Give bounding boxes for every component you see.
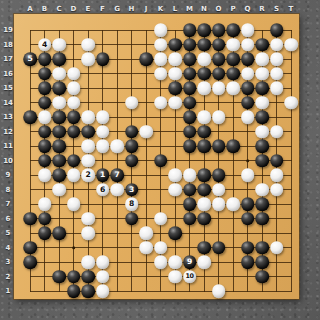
stone-white-K3[interactable] [154,255,168,269]
stone-white-R12[interactable] [255,125,269,139]
stone-black-N18[interactable] [197,38,211,52]
stone-white-O13[interactable] [212,110,226,124]
stone-black-R6[interactable] [255,212,269,226]
stone-black-A6[interactable] [23,212,37,226]
column-label-D: D [71,5,77,12]
stone-black-H8[interactable]: 3 [125,183,139,197]
column-label-P: P [230,5,235,12]
stone-black-M16[interactable] [183,67,197,81]
stone-white-G11[interactable] [110,139,124,153]
stone-white-F2[interactable] [96,270,110,284]
stone-black-C2[interactable] [52,270,66,284]
stone-white-R14[interactable] [255,96,269,110]
stone-white-D16[interactable] [67,67,81,81]
column-label-N: N [201,5,207,12]
stone-white-L14[interactable] [168,96,182,110]
column-label-J: J [145,5,148,12]
stone-white-S16[interactable] [270,67,284,81]
stone-white-G8[interactable] [110,183,124,197]
stone-white-E9[interactable]: 2 [81,168,95,182]
row-label-2: 2 [6,273,11,280]
move-number-label: 7 [115,171,120,179]
column-label-M: M [186,5,193,12]
stone-black-B5[interactable] [38,226,52,240]
column-label-A: A [27,5,32,12]
stone-white-D7[interactable] [67,197,81,211]
stone-black-D2[interactable] [67,270,81,284]
stone-black-M12[interactable] [183,125,197,139]
column-label-G: G [114,5,120,12]
stone-black-C13[interactable] [52,110,66,124]
stone-black-B12[interactable] [38,125,52,139]
stone-white-B18[interactable]: 4 [38,38,52,52]
stone-white-O8[interactable] [212,183,226,197]
stone-black-R15[interactable] [255,81,269,95]
stone-black-H10[interactable] [125,154,139,168]
move-number-label: 4 [42,41,47,49]
move-number-label: 10 [186,273,194,279]
stone-white-O15[interactable] [212,81,226,95]
row-label-12: 12 [3,128,13,135]
stone-black-B15[interactable] [38,81,52,95]
stone-white-S8[interactable] [270,183,284,197]
stone-black-N8[interactable] [197,183,211,197]
stone-black-O9[interactable] [212,168,226,182]
stone-white-F3[interactable] [96,255,110,269]
stone-black-N16[interactable] [197,67,211,81]
stone-black-M11[interactable] [183,139,197,153]
stone-black-R11[interactable] [255,139,269,153]
stone-black-S19[interactable] [270,23,284,37]
stone-black-M13[interactable] [183,110,197,124]
stone-white-B13[interactable] [38,110,52,124]
stone-black-B10[interactable] [38,154,52,168]
stone-white-K17[interactable] [154,52,168,66]
stone-black-F9[interactable]: 1 [96,168,110,182]
column-label-T: T [289,5,294,12]
stone-black-J17[interactable] [139,52,153,66]
star-point-Q10 [246,159,250,163]
stone-white-K19[interactable] [154,23,168,37]
stone-black-O18[interactable] [212,38,226,52]
row-label-13: 13 [3,114,13,121]
stone-black-E2[interactable] [81,270,95,284]
stone-white-L9[interactable] [168,168,182,182]
stone-black-M3[interactable]: 9 [183,255,197,269]
stone-black-C9[interactable] [52,168,66,182]
stone-black-P16[interactable] [226,67,240,81]
stone-white-N13[interactable] [197,110,211,124]
stone-black-R2[interactable] [255,270,269,284]
stone-black-Q7[interactable] [241,197,255,211]
stone-white-F13[interactable] [96,110,110,124]
stone-black-A3[interactable] [23,255,37,269]
column-label-B: B [42,5,47,12]
stone-black-M17[interactable] [183,52,197,66]
stone-black-C17[interactable] [52,52,66,66]
row-label-6: 6 [6,215,11,222]
stone-black-N6[interactable] [197,212,211,226]
stone-black-M7[interactable] [183,197,197,211]
stone-white-R16[interactable] [255,67,269,81]
stone-white-E11[interactable] [81,139,95,153]
stone-white-Q18[interactable] [241,38,255,52]
row-label-11: 11 [3,143,13,150]
stone-white-N17[interactable] [197,52,211,66]
stone-white-Q16[interactable] [241,67,255,81]
column-label-K: K [158,5,163,12]
stone-white-H14[interactable] [125,96,139,110]
stone-black-K10[interactable] [154,154,168,168]
stone-white-L16[interactable] [168,67,182,81]
stone-black-M14[interactable] [183,96,197,110]
stone-black-H12[interactable] [125,125,139,139]
stone-black-N19[interactable] [197,23,211,37]
stone-black-D12[interactable] [67,125,81,139]
stone-black-C5[interactable] [52,226,66,240]
stone-black-B16[interactable] [38,67,52,81]
stone-white-H7[interactable]: 8 [125,197,139,211]
stone-white-S15[interactable] [270,81,284,95]
stone-black-C10[interactable] [52,154,66,168]
stone-white-F8[interactable]: 6 [96,183,110,197]
stone-black-P17[interactable] [226,52,240,66]
stone-white-F12[interactable] [96,125,110,139]
row-label-19: 19 [3,27,13,34]
stone-white-K6[interactable] [154,212,168,226]
stone-black-L5[interactable] [168,226,182,240]
stone-black-R13[interactable] [255,110,269,124]
stone-black-O17[interactable] [212,52,226,66]
stone-black-Q3[interactable] [241,255,255,269]
move-number-label: 1 [100,171,105,179]
row-label-16: 16 [3,70,13,77]
row-label-1: 1 [6,288,11,295]
stone-white-O1[interactable] [212,284,226,298]
column-label-O: O [216,5,222,12]
stone-black-B6[interactable] [38,212,52,226]
stone-white-T14[interactable] [284,96,298,110]
stone-white-Q9[interactable] [241,168,255,182]
star-point-D4 [72,246,76,250]
stone-white-J4[interactable] [139,241,153,255]
stone-black-O16[interactable] [212,67,226,81]
stone-white-P7[interactable] [226,197,240,211]
stone-white-S9[interactable] [270,168,284,182]
grid-line-horizontal [30,189,292,190]
stone-black-G9[interactable]: 7 [110,168,124,182]
stone-black-H11[interactable] [125,139,139,153]
move-number-label: 8 [129,200,134,208]
stone-black-F17[interactable] [96,52,110,66]
stone-black-D10[interactable] [67,154,81,168]
stone-white-L17[interactable] [168,52,182,66]
stone-black-Q15[interactable] [241,81,255,95]
stone-white-F11[interactable] [96,139,110,153]
stone-black-E12[interactable] [81,125,95,139]
stone-black-M19[interactable] [183,23,197,37]
stone-black-L15[interactable] [168,81,182,95]
stone-white-R17[interactable] [255,52,269,66]
column-label-L: L [173,5,177,12]
stone-white-D9[interactable] [67,168,81,182]
column-label-C: C [56,5,61,12]
stone-black-A13[interactable] [23,110,37,124]
stone-black-A17[interactable]: 5 [23,52,37,66]
stone-black-R10[interactable] [255,154,269,168]
stone-white-E5[interactable] [81,226,95,240]
stone-black-Q14[interactable] [241,96,255,110]
stone-white-K14[interactable] [154,96,168,110]
stone-black-R4[interactable] [255,241,269,255]
stone-white-D15[interactable] [67,81,81,95]
stone-black-B14[interactable] [38,96,52,110]
row-label-10: 10 [3,157,13,164]
row-label-5: 5 [6,230,11,237]
stone-black-Q17[interactable] [241,52,255,66]
stone-black-R7[interactable] [255,197,269,211]
stone-white-C8[interactable] [52,183,66,197]
move-number-label: 5 [28,55,33,63]
move-number-label: 6 [100,186,105,194]
column-label-S: S [274,5,279,12]
grid-line-vertical [291,30,292,292]
stone-white-E6[interactable] [81,212,95,226]
stone-white-E10[interactable] [81,154,95,168]
row-label-15: 15 [3,85,13,92]
stone-white-S18[interactable] [270,38,284,52]
row-label-17: 17 [3,56,13,63]
stone-white-O7[interactable] [212,197,226,211]
stone-black-M8[interactable] [183,183,197,197]
column-label-R: R [259,5,264,12]
stone-white-L3[interactable] [168,255,182,269]
stone-white-S17[interactable] [270,52,284,66]
stone-white-M2[interactable]: 10 [183,270,197,284]
move-number-label: 2 [86,171,91,179]
stone-white-P18[interactable] [226,38,240,52]
stone-white-C14[interactable] [52,96,66,110]
stone-white-T18[interactable] [284,38,298,52]
move-number-label: 9 [187,258,192,266]
stone-black-S10[interactable] [270,154,284,168]
stone-black-O4[interactable] [212,241,226,255]
stone-white-E3[interactable] [81,255,95,269]
stone-white-N15[interactable] [197,81,211,95]
stone-black-E1[interactable] [81,284,95,298]
stone-white-E18[interactable] [81,38,95,52]
stone-white-J12[interactable] [139,125,153,139]
stone-white-D14[interactable] [67,96,81,110]
stone-black-P11[interactable] [226,139,240,153]
stone-black-A4[interactable] [23,241,37,255]
stone-black-M15[interactable] [183,81,197,95]
row-label-8: 8 [6,186,11,193]
stone-black-C15[interactable] [52,81,66,95]
stone-white-S4[interactable] [270,241,284,255]
stone-white-C18[interactable] [52,38,66,52]
stone-white-K18[interactable] [154,38,168,52]
stone-white-J5[interactable] [139,226,153,240]
stone-black-N11[interactable] [197,139,211,153]
stone-white-R8[interactable] [255,183,269,197]
stone-black-L18[interactable] [168,38,182,52]
stone-black-N12[interactable] [197,125,211,139]
row-label-3: 3 [6,259,11,266]
stone-white-P15[interactable] [226,81,240,95]
stone-black-Q6[interactable] [241,212,255,226]
stone-black-D1[interactable] [67,284,81,298]
row-label-18: 18 [3,41,13,48]
stone-black-B17[interactable] [38,52,52,66]
go-game-screenshot: ABCDEFGHJKLMNOPQRST191817161514131211109… [0,0,320,320]
column-label-F: F [100,5,105,12]
stone-black-C12[interactable] [52,125,66,139]
stone-black-B11[interactable] [38,139,52,153]
row-label-14: 14 [3,99,13,106]
stone-white-K4[interactable] [154,241,168,255]
stone-black-N4[interactable] [197,241,211,255]
column-label-Q: Q [245,5,251,12]
stone-white-B9[interactable] [38,168,52,182]
stone-white-E17[interactable] [81,52,95,66]
stone-white-N7[interactable] [197,197,211,211]
row-label-9: 9 [6,172,11,179]
stone-white-Q19[interactable] [241,23,255,37]
stone-black-O11[interactable] [212,139,226,153]
stone-black-N9[interactable] [197,168,211,182]
stone-black-R3[interactable] [255,255,269,269]
stone-black-P19[interactable] [226,23,240,37]
stone-black-M18[interactable] [183,38,197,52]
stone-white-Q13[interactable] [241,110,255,124]
stone-white-M9[interactable] [183,168,197,182]
row-label-7: 7 [6,201,11,208]
stone-black-O19[interactable] [212,23,226,37]
stone-white-E13[interactable] [81,110,95,124]
stone-white-C16[interactable] [52,67,66,81]
stone-black-M6[interactable] [183,212,197,226]
stone-black-C11[interactable] [52,139,66,153]
stone-black-H6[interactable] [125,212,139,226]
stone-black-Q4[interactable] [241,241,255,255]
stone-black-R18[interactable] [255,38,269,52]
stone-white-L8[interactable] [168,183,182,197]
stone-white-B7[interactable] [38,197,52,211]
move-number-label: 3 [129,186,134,194]
stone-white-L2[interactable] [168,270,182,284]
stone-black-D13[interactable] [67,110,81,124]
stone-white-K16[interactable] [154,67,168,81]
column-label-H: H [129,5,135,12]
stone-white-F1[interactable] [96,284,110,298]
stone-white-N3[interactable] [197,255,211,269]
stone-white-S12[interactable] [270,125,284,139]
grid-line-horizontal [30,233,292,234]
row-label-4: 4 [6,244,11,251]
column-label-E: E [86,5,91,12]
